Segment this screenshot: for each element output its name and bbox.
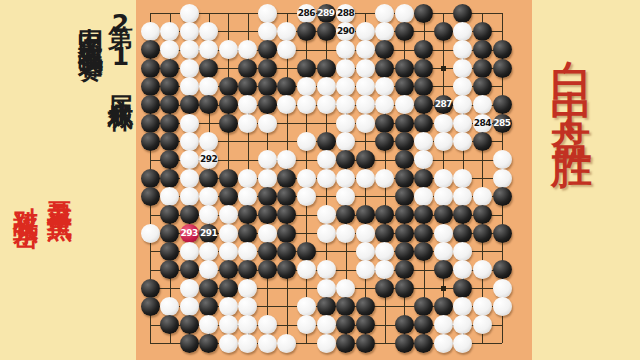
stone-white-r18c5: [238, 334, 257, 353]
stone-black-r11c11: [356, 205, 375, 224]
stone-black-r7c17: [473, 132, 492, 151]
stone-black-r14c6: [258, 260, 277, 279]
stone-black-r1c17: [473, 22, 492, 41]
stone-white-r9c11: [356, 169, 375, 188]
stone-white-r4c9: [317, 77, 336, 96]
stone-black-r7c9: [317, 132, 336, 151]
stone-white-r7c2: [180, 132, 199, 151]
stone-black-r14c18: [493, 260, 512, 279]
stone-white-r11c4: [219, 205, 238, 224]
stone-black-r11c6: [258, 205, 277, 224]
stone-black-r6c1: [160, 114, 179, 133]
stone-black-r11c16: [453, 205, 472, 224]
stone-white-r11c9: [317, 205, 336, 224]
stone-black-r7c0: [141, 132, 160, 151]
stone-white-r0c2: [180, 4, 199, 23]
stone-black-r3c3: [199, 59, 218, 78]
stone-white-r13c16: [453, 242, 472, 261]
stone-white-r9c8: [297, 169, 316, 188]
stone-black-r7c13: [395, 132, 414, 151]
stone-black-r4c5: [238, 77, 257, 96]
event-title-line2: 中国名人战预选赛: [74, 7, 107, 39]
stone-white-r2c10: [336, 40, 355, 59]
stone-black-r11c15: [434, 205, 453, 224]
stone-black-r3c0: [141, 59, 160, 78]
stone-white-r10c3: [199, 187, 218, 206]
stone-white-r0c6: [258, 4, 277, 23]
stone-white-r5c8: [297, 95, 316, 114]
stone-black-r15c3: [199, 279, 218, 298]
screenshot-root: 286289288290287284285292293291 第21届永城杯 中…: [0, 0, 640, 360]
stone-white-r13c15: [434, 242, 453, 261]
stone-white-r16c4: [219, 297, 238, 316]
stone-black-r2c14: [414, 40, 433, 59]
stone-black-r18c13: [395, 334, 414, 353]
stone-white-r10c5: [238, 187, 257, 206]
stone-black-r14c7: [277, 260, 296, 279]
stone-white-r9c10: [336, 169, 355, 188]
stone-black-r15c0: [141, 279, 160, 298]
stone-black-r9c3: [199, 169, 218, 188]
stone-white-r3c10: [336, 59, 355, 78]
stone-white-r0c8: 286: [297, 4, 316, 23]
stone-black-r17c13: [395, 315, 414, 334]
stone-black-r14c13: [395, 260, 414, 279]
stone-white-r15c18: [493, 279, 512, 298]
stone-black-r4c1: [160, 77, 179, 96]
move-number-label: 285: [493, 119, 510, 128]
stone-white-r4c3: [199, 77, 218, 96]
stone-white-r9c18: [493, 169, 512, 188]
stone-white-r15c2: [180, 279, 199, 298]
stone-white-r0c13: [395, 4, 414, 23]
stone-black-r2c0: [141, 40, 160, 59]
stone-white-r4c2: [180, 77, 199, 96]
move-number-label: 288: [337, 9, 354, 18]
move-number-label: 289: [317, 9, 334, 18]
stone-black-r10c6: [258, 187, 277, 206]
stone-white-r17c8: [297, 315, 316, 334]
stone-black-r7c12: [375, 132, 394, 151]
stone-white-r10c15: [434, 187, 453, 206]
stone-white-r8c3: 292: [199, 150, 218, 169]
stone-black-r12c16: [453, 224, 472, 243]
stone-black-r10c0: [141, 187, 160, 206]
stone-white-r14c12: [375, 260, 394, 279]
stone-black-r5c2: [180, 95, 199, 114]
stone-white-r6c2: [180, 114, 199, 133]
stone-black-r11c17: [473, 205, 492, 224]
stone-black-r1c13: [395, 22, 414, 41]
stone-white-r9c15: [434, 169, 453, 188]
stone-black-r3c18: [493, 59, 512, 78]
stone-black-r3c6: [258, 59, 277, 78]
stone-black-r2c17: [473, 40, 492, 59]
stone-black-r6c14: [414, 114, 433, 133]
stone-white-r2c5: [238, 40, 257, 59]
stone-black-r6c18: 285: [493, 114, 512, 133]
stone-white-r12c11: [356, 224, 375, 243]
stone-white-r17c17: [473, 315, 492, 334]
stone-white-r2c4: [219, 40, 238, 59]
stone-white-r6c11: [356, 114, 375, 133]
stone-black-r18c2: [180, 334, 199, 353]
stone-black-r15c13: [395, 279, 414, 298]
stone-white-r14c8: [297, 260, 316, 279]
stone-black-r11c1: [160, 205, 179, 224]
stone-black-r15c12: [375, 279, 394, 298]
stone-black-r12c12: [375, 224, 394, 243]
stone-white-r17c16: [453, 315, 472, 334]
stone-white-r8c9: [317, 150, 336, 169]
stone-black-r3c14: [414, 59, 433, 78]
stone-black-r3c5: [238, 59, 257, 78]
player-note-line1: 聂卫平执黑: [43, 181, 76, 201]
stone-white-r1c1: [160, 22, 179, 41]
stone-black-r8c11: [356, 150, 375, 169]
stone-black-r4c6: [258, 77, 277, 96]
stone-white-r16c5: [238, 297, 257, 316]
stone-white-r5c11: [356, 95, 375, 114]
stone-white-r16c18: [493, 297, 512, 316]
stone-black-r18c10: [336, 334, 355, 353]
stone-white-r12c6: [258, 224, 277, 243]
stone-black-r9c7: [277, 169, 296, 188]
stone-white-r12c9: [317, 224, 336, 243]
stone-black-r10c7: [277, 187, 296, 206]
stone-white-r8c2: [180, 150, 199, 169]
stone-white-r10c16: [453, 187, 472, 206]
stone-white-r11c3: [199, 205, 218, 224]
stone-black-r5c18: [493, 95, 512, 114]
stone-white-r5c17: [473, 95, 492, 114]
stone-white-r4c11: [356, 77, 375, 96]
stone-white-r0c10: 288: [336, 4, 355, 23]
stone-white-r4c10: [336, 77, 355, 96]
stone-black-r9c1: [160, 169, 179, 188]
stone-black-r12c5: [238, 224, 257, 243]
stone-white-r3c11: [356, 59, 375, 78]
stone-black-r11c13: [395, 205, 414, 224]
stone-black-r13c14: [414, 242, 433, 261]
go-board[interactable]: 286289288290287284285292293291: [150, 13, 502, 343]
stone-white-r9c5: [238, 169, 257, 188]
stone-black-r1c8: [297, 22, 316, 41]
stone-white-r6c10: [336, 114, 355, 133]
stone-white-r9c2: [180, 169, 199, 188]
stone-black-r5c1: [160, 95, 179, 114]
stone-white-r18c6: [258, 334, 277, 353]
stone-black-r5c4: [219, 95, 238, 114]
stone-black-r3c9: [317, 59, 336, 78]
stone-white-r18c15: [434, 334, 453, 353]
stone-white-r15c9: [317, 279, 336, 298]
stone-white-r7c10: [336, 132, 355, 151]
stone-black-r4c7: [277, 77, 296, 96]
stone-black-r17c10: [336, 315, 355, 334]
stone-black-r9c4: [219, 169, 238, 188]
stone-black-r6c0: [141, 114, 160, 133]
stone-black-r4c0: [141, 77, 160, 96]
stone-white-r10c1: [160, 187, 179, 206]
stone-white-r7c3: [199, 132, 218, 151]
stone-white-r12c10: [336, 224, 355, 243]
stone-white-r2c7: [277, 40, 296, 59]
stone-white-r2c16: [453, 40, 472, 59]
stone-black-r2c18: [493, 40, 512, 59]
stone-black-r3c13: [395, 59, 414, 78]
stone-black-r3c8: [297, 59, 316, 78]
stone-black-r0c14: [414, 4, 433, 23]
stone-white-r1c11: [356, 22, 375, 41]
stone-white-r16c2: [180, 297, 199, 316]
stone-white-r13c12: [375, 242, 394, 261]
move-number-label: 284: [474, 119, 491, 128]
player-note-line2: 对战张东岳: [9, 187, 42, 207]
stone-white-r5c10: [336, 95, 355, 114]
stone-black-r18c3: [199, 334, 218, 353]
star-point: [441, 286, 446, 291]
stone-black-r16c3: [199, 297, 218, 316]
stone-black-r4c13: [395, 77, 414, 96]
stone-black-r0c9: 289: [317, 4, 336, 23]
stone-white-r17c9: [317, 315, 336, 334]
stone-black-r14c5: [238, 260, 257, 279]
stone-black-r15c4: [219, 279, 238, 298]
stone-white-r18c16: [453, 334, 472, 353]
stone-black-r12c2: 293: [180, 224, 199, 243]
stone-black-r11c14: [414, 205, 433, 224]
stone-white-r7c15: [434, 132, 453, 151]
stone-black-r17c11: [356, 315, 375, 334]
stone-black-r16c0: [141, 297, 160, 316]
stone-white-r6c16: [453, 114, 472, 133]
stone-black-r12c18: [493, 224, 512, 243]
stone-white-r14c16: [453, 260, 472, 279]
stone-black-r3c1: [160, 59, 179, 78]
stone-black-r14c1: [160, 260, 179, 279]
stone-black-r13c13: [395, 242, 414, 261]
stone-white-r2c1: [160, 40, 179, 59]
stone-black-r6c13: [395, 114, 414, 133]
stone-black-r4c17: [473, 77, 492, 96]
stone-white-r17c6: [258, 315, 277, 334]
stone-black-r6c4: [219, 114, 238, 133]
stone-white-r16c8: [297, 297, 316, 316]
stone-black-r16c14: [414, 297, 433, 316]
stone-black-r18c14: [414, 334, 433, 353]
stone-black-r5c14: [414, 95, 433, 114]
stone-white-r13c11: [356, 242, 375, 261]
stone-white-r1c7: [277, 22, 296, 41]
stone-black-r17c14: [414, 315, 433, 334]
move-number-label: 287: [435, 100, 452, 109]
stone-white-r10c8: [297, 187, 316, 206]
stone-black-r1c15: [434, 22, 453, 41]
stone-white-r4c8: [297, 77, 316, 96]
stone-white-r14c3: [199, 260, 218, 279]
stone-white-r17c5: [238, 315, 257, 334]
stone-black-r8c10: [336, 150, 355, 169]
stone-black-r12c13: [395, 224, 414, 243]
stone-black-r12c14: [414, 224, 433, 243]
stone-white-r9c9: [317, 169, 336, 188]
stone-black-r2c12: [375, 40, 394, 59]
stone-white-r13c2: [180, 242, 199, 261]
stone-white-r2c11: [356, 40, 375, 59]
stone-white-r2c2: [180, 40, 199, 59]
stone-black-r11c5: [238, 205, 257, 224]
stone-white-r16c17: [473, 297, 492, 316]
stone-black-r6c12: [375, 114, 394, 133]
stone-black-r5c15: 287: [434, 95, 453, 114]
move-number-label: 286: [298, 9, 315, 18]
stone-white-r7c16: [453, 132, 472, 151]
stone-black-r2c6: [258, 40, 277, 59]
stone-white-r5c7: [277, 95, 296, 114]
stone-black-r10c18: [493, 187, 512, 206]
game-result-text: 白中盘胜: [545, 28, 600, 144]
stone-white-r15c10: [336, 279, 355, 298]
stone-white-r5c13: [395, 95, 414, 114]
stone-black-r11c12: [375, 205, 394, 224]
event-title-line1: 第21届永城杯: [104, 5, 137, 91]
stone-white-r9c6: [258, 169, 277, 188]
stone-black-r17c1: [160, 315, 179, 334]
stone-black-r11c10: [336, 205, 355, 224]
stone-white-r9c16: [453, 169, 472, 188]
stone-black-r14c4: [219, 260, 238, 279]
stone-white-r3c2: [180, 59, 199, 78]
stone-white-r12c0: [141, 224, 160, 243]
stone-black-r11c7: [277, 205, 296, 224]
stone-black-r5c3: [199, 95, 218, 114]
stone-black-r16c10: [336, 297, 355, 316]
stone-white-r14c9: [317, 260, 336, 279]
stone-black-r3c17: [473, 59, 492, 78]
stone-black-r5c0: [141, 95, 160, 114]
stone-white-r10c2: [180, 187, 199, 206]
stone-white-r12c15: [434, 224, 453, 243]
stone-black-r16c15: [434, 297, 453, 316]
stone-white-r8c7: [277, 150, 296, 169]
stone-white-r16c16: [453, 297, 472, 316]
stone-black-r14c2: [180, 260, 199, 279]
stone-white-r1c2: [180, 22, 199, 41]
stone-white-r7c14: [414, 132, 433, 151]
stone-white-r3c16: [453, 59, 472, 78]
stone-black-r12c7: [277, 224, 296, 243]
stone-white-r1c16: [453, 22, 472, 41]
stone-white-r14c17: [473, 260, 492, 279]
stone-white-r16c1: [160, 297, 179, 316]
stone-white-r18c7: [277, 334, 296, 353]
stone-white-r7c8: [297, 132, 316, 151]
stone-white-r17c3: [199, 315, 218, 334]
stone-white-r1c3: [199, 22, 218, 41]
stone-black-r11c2: [180, 205, 199, 224]
stone-white-r5c5: [238, 95, 257, 114]
stone-white-r18c9: [317, 334, 336, 353]
stone-white-r1c12: [375, 22, 394, 41]
stone-black-r9c0: [141, 169, 160, 188]
stone-black-r0c16: [453, 4, 472, 23]
stone-black-r8c1: [160, 150, 179, 169]
stone-black-r7c1: [160, 132, 179, 151]
stone-white-r10c14: [414, 187, 433, 206]
stone-black-r1c9: [317, 22, 336, 41]
stone-white-r13c4: [219, 242, 238, 261]
stone-black-r9c14: [414, 169, 433, 188]
move-number-label: 290: [337, 27, 354, 36]
move-number-label: 291: [200, 229, 217, 238]
stone-black-r13c6: [258, 242, 277, 261]
stone-black-r3c12: [375, 59, 394, 78]
stone-black-r9c13: [395, 169, 414, 188]
stone-black-r16c9: [317, 297, 336, 316]
stone-white-r17c15: [434, 315, 453, 334]
move-number-label: 292: [200, 155, 217, 164]
stone-white-r1c10: 290: [336, 22, 355, 41]
stone-black-r4c14: [414, 77, 433, 96]
stone-black-r13c1: [160, 242, 179, 261]
stone-black-r5c6: [258, 95, 277, 114]
stone-black-r10c13: [395, 187, 414, 206]
stone-white-r12c4: [219, 224, 238, 243]
stone-black-r18c11: [356, 334, 375, 353]
star-point: [441, 66, 446, 71]
stone-white-r18c4: [219, 334, 238, 353]
stone-white-r5c16: [453, 95, 472, 114]
stone-black-r16c11: [356, 297, 375, 316]
stone-black-r14c15: [434, 260, 453, 279]
stone-white-r8c18: [493, 150, 512, 169]
stone-black-r10c4: [219, 187, 238, 206]
stone-white-r6c6: [258, 114, 277, 133]
stone-white-r10c10: [336, 187, 355, 206]
stone-black-r4c4: [219, 77, 238, 96]
stone-white-r13c3: [199, 242, 218, 261]
stone-white-r6c15: [434, 114, 453, 133]
stone-white-r1c0: [141, 22, 160, 41]
stone-black-r12c3: 291: [199, 224, 218, 243]
stone-black-r12c17: [473, 224, 492, 243]
stone-white-r6c5: [238, 114, 257, 133]
stone-black-r15c16: [453, 279, 472, 298]
stone-black-r12c1: [160, 224, 179, 243]
stone-white-r8c14: [414, 150, 433, 169]
stone-black-r13c7: [277, 242, 296, 261]
stone-white-r4c12: [375, 77, 394, 96]
stone-white-r5c12: [375, 95, 394, 114]
stone-white-r10c17: [473, 187, 492, 206]
stone-white-r1c6: [258, 22, 277, 41]
stone-white-r2c3: [199, 40, 218, 59]
stone-white-r4c16: [453, 77, 472, 96]
move-number-label: 293: [180, 229, 197, 238]
stone-white-r6c17: 284: [473, 114, 492, 133]
stone-white-r15c5: [238, 279, 257, 298]
stone-white-r5c9: [317, 95, 336, 114]
stone-white-r14c11: [356, 260, 375, 279]
stone-white-r13c5: [238, 242, 257, 261]
stone-black-r17c2: [180, 315, 199, 334]
stone-white-r9c12: [375, 169, 394, 188]
stone-black-r13c8: [297, 242, 316, 261]
stone-white-r0c12: [375, 4, 394, 23]
stone-white-r17c4: [219, 315, 238, 334]
stone-white-r8c6: [258, 150, 277, 169]
